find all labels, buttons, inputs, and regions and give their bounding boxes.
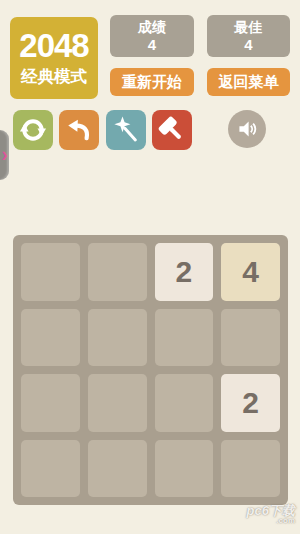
empty-cell-r2c3 [155, 309, 214, 367]
best-value: 4 [244, 36, 252, 54]
undo-button[interactable] [59, 110, 99, 150]
empty-cell-r2c4 [221, 309, 280, 367]
empty-cell-r4c3 [155, 440, 214, 498]
magic-wand-icon [112, 116, 140, 144]
best-box: 最佳 4 [207, 15, 290, 57]
chevron-right-icon: ❯ [1, 151, 8, 160]
hammer-icon [158, 116, 186, 144]
drawer-handle[interactable]: ❯ [0, 130, 9, 180]
speaker-icon [234, 116, 260, 142]
hammer-button[interactable] [152, 110, 192, 150]
magic-wand-button[interactable] [106, 110, 146, 150]
sound-button[interactable] [228, 110, 266, 148]
score-label: 成绩 [138, 19, 166, 36]
empty-cell-r4c1 [21, 440, 80, 498]
tile-2-r1c3: 2 [155, 243, 214, 301]
undo-icon [65, 116, 93, 144]
tile-4-r1c4: 4 [221, 243, 280, 301]
best-label: 最佳 [235, 19, 263, 36]
empty-cell-r3c2 [88, 374, 147, 432]
empty-cell-r1c2 [88, 243, 147, 301]
logo-title: 2048 [19, 28, 88, 64]
empty-cell-r4c2 [88, 440, 147, 498]
empty-cell-r3c1 [21, 374, 80, 432]
score-value: 4 [148, 36, 156, 54]
empty-cell-r3c3 [155, 374, 214, 432]
empty-cell-r2c1 [21, 309, 80, 367]
menu-button[interactable]: 返回菜单 [207, 68, 290, 96]
refresh-button[interactable] [13, 110, 53, 150]
logo-2048: 2048 经典模式 [10, 17, 98, 99]
watermark: pc6下载 .com [247, 505, 295, 526]
board[interactable]: 242 [13, 235, 288, 505]
empty-cell-r2c2 [88, 309, 147, 367]
tile-2-r3c4: 2 [221, 374, 280, 432]
logo-subtitle: 经典模式 [21, 64, 87, 88]
empty-cell-r4c4 [221, 440, 280, 498]
restart-button[interactable]: 重新开始 [110, 68, 194, 96]
refresh-icon [19, 116, 47, 144]
score-box: 成绩 4 [110, 15, 194, 57]
empty-cell-r1c1 [21, 243, 80, 301]
